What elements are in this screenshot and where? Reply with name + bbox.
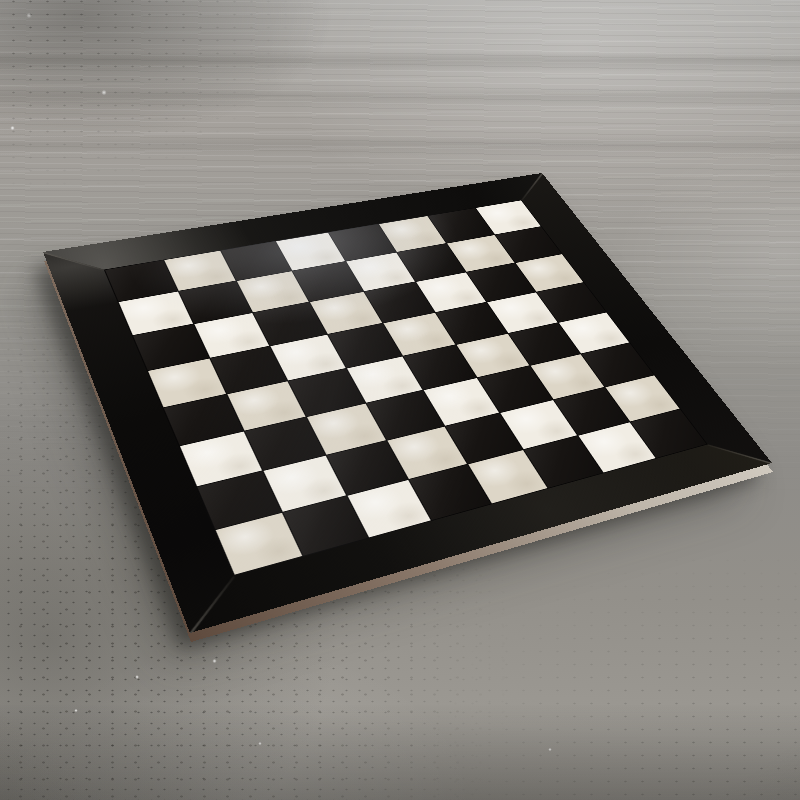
photo-scene [0,0,800,800]
chess-board [43,173,772,633]
board-wrap [0,0,800,800]
